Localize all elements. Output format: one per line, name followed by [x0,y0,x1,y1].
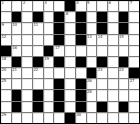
clue-number-23: 23 [98,68,103,73]
white-cell-r7c1[interactable]: 20 [1,68,11,78]
white-cell-r5c4[interactable] [33,46,43,56]
white-cell-r2c1[interactable] [1,12,11,22]
clue-number-6: 6 [108,1,110,6]
clue-number-7: 7 [130,1,132,6]
white-cell-r3c3[interactable] [22,23,32,33]
white-cell-r7c10[interactable]: 23 [97,68,107,78]
white-cell-r5c12[interactable] [119,46,129,56]
white-cell-r10c5[interactable] [44,102,54,112]
black-cell-r5c1 [1,46,11,56]
white-cell-r1c4[interactable] [33,1,43,11]
clue-number-9: 9 [2,23,4,28]
white-cell-r6c9[interactable] [87,57,97,67]
white-cell-r9c13[interactable] [129,90,139,100]
black-cell-r10c6 [54,102,64,112]
clue-number-3: 3 [44,1,46,6]
white-cell-r9c3[interactable] [22,90,32,100]
white-cell-r3c4[interactable]: 11 [33,23,43,33]
white-cell-r1c13[interactable]: 7 [129,1,139,11]
white-cell-r8c1[interactable]: 25 [1,79,11,89]
white-cell-r6c3[interactable] [22,57,32,67]
black-cell-r8c6 [54,79,64,89]
white-cell-r1c3[interactable]: 2 [22,1,32,11]
white-cell-r5c3[interactable] [22,46,32,56]
white-cell-r1c8[interactable]: 4 [76,1,86,11]
white-cell-r8c2[interactable] [12,79,22,89]
black-cell-r2c4 [33,12,43,22]
white-cell-r10c9[interactable] [87,102,97,112]
clue-number-15: 15 [119,35,124,40]
white-cell-r8c3[interactable] [22,79,32,89]
black-cell-r6c12 [119,57,129,67]
black-cell-r2c10 [97,12,107,22]
white-cell-r11c12[interactable] [119,113,129,123]
black-cell-r6c8 [76,57,86,67]
black-cell-r9c6 [54,90,64,100]
black-cell-r10c8 [76,102,86,112]
clue-number-24: 24 [119,68,124,73]
white-cell-r6c11[interactable] [108,57,118,67]
white-cell-r2c13[interactable] [129,12,139,22]
white-cell-r10c11[interactable] [108,102,118,112]
white-cell-r5c11[interactable] [108,46,118,56]
white-cell-r7c2[interactable]: 21 [12,68,22,78]
white-cell-r11c10[interactable] [97,113,107,123]
white-cell-r4c10[interactable]: 14 [97,35,107,45]
black-cell-r5c5 [44,46,54,56]
white-cell-r4c5[interactable] [44,35,54,45]
white-cell-r9c12[interactable] [119,90,129,100]
black-cell-r9c2 [12,90,22,100]
black-cell-r3c6 [54,23,64,33]
white-cell-r1c5[interactable]: 3 [44,1,54,11]
white-cell-r3c9[interactable] [87,23,97,33]
white-cell-r2c3[interactable] [22,12,32,22]
clue-number-2: 2 [23,1,25,6]
clue-number-13: 13 [87,35,92,40]
white-cell-r7c3[interactable] [22,68,32,78]
white-cell-r7c6[interactable] [54,68,64,78]
black-cell-r10c2 [12,102,22,112]
clue-number-11: 11 [34,23,39,28]
white-cell-r8c9[interactable]: 26 [87,79,97,89]
black-cell-r1c7 [65,1,75,11]
white-cell-r9c11[interactable] [108,90,118,100]
clue-number-5: 5 [87,1,89,6]
black-cell-r9c4 [33,90,43,100]
black-cell-r2c12 [119,12,129,22]
clue-number-17: 17 [55,46,60,51]
black-cell-r7c13 [129,68,139,78]
white-cell-r3c2[interactable]: 10 [12,23,22,33]
white-cell-r11c11[interactable] [108,113,118,123]
black-cell-r8c8 [76,79,86,89]
white-cell-r4c7[interactable] [65,35,75,45]
white-cell-r5c9[interactable] [87,46,97,56]
clue-number-8: 8 [66,12,68,17]
black-cell-r10c10 [97,102,107,112]
white-cell-r8c7[interactable] [65,79,75,89]
white-cell-r1c2[interactable] [12,1,22,11]
clue-number-10: 10 [12,23,17,28]
white-cell-r5c7[interactable] [65,46,75,56]
black-cell-r10c4 [33,102,43,112]
crossword-grid: 1234567891011121314151617181920212223242… [0,0,140,124]
clue-number-30: 30 [76,113,81,118]
white-cell-r8c5[interactable] [44,79,54,89]
white-cell-r10c3[interactable] [22,102,32,112]
black-cell-r6c6 [54,57,64,67]
white-cell-r6c1[interactable]: 18 [1,57,11,67]
white-cell-r5c2[interactable]: 16 [12,46,22,56]
clue-number-25: 25 [2,79,7,84]
white-cell-r7c11[interactable] [108,68,118,78]
white-cell-r8c13[interactable]: 27 [129,79,139,89]
white-cell-r11c9[interactable] [87,113,97,123]
white-cell-r3c7[interactable] [65,23,75,33]
white-cell-r8c4[interactable] [33,79,43,89]
white-cell-r7c4[interactable]: 22 [33,68,43,78]
black-cell-r11c7 [65,113,75,123]
black-cell-r9c8 [76,90,86,100]
clue-number-16: 16 [12,46,17,51]
black-cell-r6c2 [12,57,22,67]
white-cell-r6c13[interactable] [129,57,139,67]
white-cell-r4c13[interactable] [129,35,139,45]
white-cell-r2c11[interactable] [108,12,118,22]
white-cell-r1c9[interactable]: 5 [87,1,97,11]
clue-number-28: 28 [87,90,92,95]
white-cell-r7c12[interactable]: 24 [119,68,129,78]
clue-number-19: 19 [44,57,49,62]
white-cell-r3c11[interactable] [108,23,118,33]
white-cell-r11c13[interactable] [129,113,139,123]
black-cell-r6c10 [97,57,107,67]
clue-number-20: 20 [2,68,7,73]
white-cell-r4c1[interactable]: 12 [1,35,11,45]
black-cell-r3c12 [119,23,129,33]
white-cell-r5c6[interactable]: 17 [54,46,64,56]
white-cell-r5c10[interactable] [97,46,107,56]
white-cell-r9c10[interactable] [97,90,107,100]
black-cell-r2c2 [12,12,22,22]
black-cell-r7c9 [87,68,97,78]
white-cell-r8c12[interactable] [119,79,129,89]
white-cell-r5c8[interactable] [76,46,86,56]
black-cell-r6c4 [33,57,43,67]
white-cell-r11c5[interactable] [44,113,54,123]
white-cell-r2c7[interactable]: 8 [65,12,75,22]
clue-number-29: 29 [2,113,7,118]
white-cell-r11c2[interactable] [12,113,22,123]
white-cell-r11c3[interactable] [22,113,32,123]
black-cell-r2c8 [76,12,86,22]
white-cell-r11c1[interactable]: 29 [1,113,11,123]
white-cell-r1c1[interactable]: 1 [1,1,11,11]
white-cell-r1c6[interactable] [54,1,64,11]
white-cell-r11c4[interactable] [33,113,43,123]
white-cell-r9c1[interactable] [1,90,11,100]
black-cell-r4c6 [54,35,64,45]
white-cell-r9c7[interactable] [65,90,75,100]
clue-number-26: 26 [87,79,92,84]
clue-number-18: 18 [2,57,7,62]
white-cell-r4c2[interactable] [12,35,22,45]
white-cell-r5c13[interactable] [129,46,139,56]
white-cell-r4c12[interactable]: 15 [119,35,129,45]
white-cell-r10c7[interactable] [65,102,75,112]
white-cell-r3c13[interactable] [129,23,139,33]
black-cell-r10c12 [119,102,129,112]
white-cell-r9c5[interactable] [44,90,54,100]
white-cell-r1c11[interactable]: 6 [108,1,118,11]
white-cell-r3c5[interactable] [44,23,54,33]
clue-number-14: 14 [98,35,103,40]
white-cell-r1c12[interactable] [119,1,129,11]
white-cell-r8c11[interactable] [108,79,118,89]
black-cell-r4c8 [76,35,86,45]
white-cell-r9c9[interactable]: 28 [87,90,97,100]
clue-number-21: 21 [12,68,17,73]
white-cell-r7c5[interactable] [44,68,54,78]
white-cell-r6c5[interactable]: 19 [44,57,54,67]
white-cell-r7c8[interactable] [76,68,86,78]
white-cell-r11c6[interactable] [54,113,64,123]
white-cell-r10c13[interactable] [129,102,139,112]
white-cell-r4c3[interactable] [22,35,32,45]
white-cell-r8c10[interactable] [97,79,107,89]
clue-number-1: 1 [2,1,4,6]
white-cell-r2c5[interactable] [44,12,54,22]
white-cell-r11c8[interactable]: 30 [76,113,86,123]
white-cell-r7c7[interactable] [65,68,75,78]
black-cell-r3c8 [76,23,86,33]
white-cell-r6c7[interactable] [65,57,75,67]
white-cell-r4c9[interactable]: 13 [87,35,97,45]
white-cell-r1c10[interactable] [97,1,107,11]
white-cell-r3c1[interactable]: 9 [1,23,11,33]
clue-number-4: 4 [76,1,78,6]
clue-number-27: 27 [130,79,135,84]
white-cell-r4c4[interactable] [33,35,43,45]
white-cell-r2c9[interactable] [87,12,97,22]
clue-number-12: 12 [2,35,7,40]
black-cell-r2c6 [54,12,64,22]
clue-number-22: 22 [34,68,39,73]
black-cell-r3c10 [97,23,107,33]
white-cell-r4c11[interactable] [108,35,118,45]
white-cell-r10c1[interactable] [1,102,11,112]
